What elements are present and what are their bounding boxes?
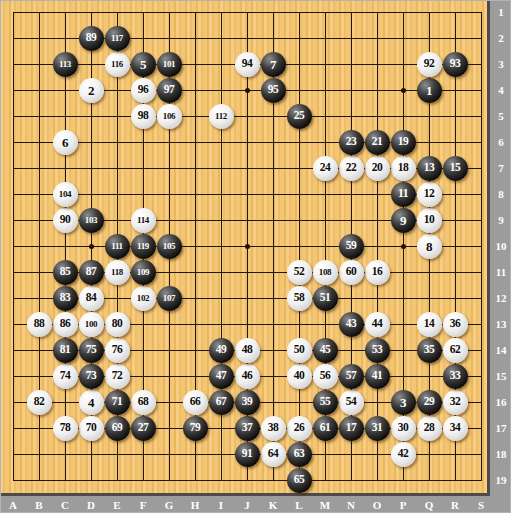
row-label-10: 10 bbox=[491, 239, 511, 253]
stone-black-109-F11[interactable]: 109 bbox=[131, 260, 156, 285]
row-label-17: 17 bbox=[491, 421, 511, 435]
stone-black-71-E16[interactable]: 71 bbox=[105, 390, 130, 415]
col-label-R: R bbox=[445, 498, 465, 512]
stone-black-7-K3[interactable]: 7 bbox=[261, 52, 286, 77]
stone-black-87-D11[interactable]: 87 bbox=[79, 260, 104, 285]
col-label-A: A bbox=[3, 498, 23, 512]
stone-black-35-Q14[interactable]: 35 bbox=[417, 338, 442, 363]
col-label-D: D bbox=[81, 498, 101, 512]
stone-black-81-C14[interactable]: 81 bbox=[53, 338, 78, 363]
stone-black-89-D2[interactable]: 89 bbox=[79, 26, 104, 51]
row-label-16: 16 bbox=[491, 395, 511, 409]
stone-white-94-J3[interactable]: 94 bbox=[235, 52, 260, 77]
row-label-2: 2 bbox=[491, 31, 511, 45]
stone-white-52-L11[interactable]: 52 bbox=[287, 260, 312, 285]
stone-black-25-L5[interactable]: 25 bbox=[287, 104, 312, 129]
stone-black-67-I16[interactable]: 67 bbox=[209, 390, 234, 415]
stone-black-117-E2[interactable]: 117 bbox=[105, 26, 130, 51]
stone-white-48-J14[interactable]: 48 bbox=[235, 338, 260, 363]
stone-white-78-C17[interactable]: 78 bbox=[53, 416, 78, 441]
stone-black-45-M14[interactable]: 45 bbox=[313, 338, 338, 363]
stone-white-58-L12[interactable]: 58 bbox=[287, 286, 312, 311]
stone-white-88-B13[interactable]: 88 bbox=[27, 312, 52, 337]
row-label-5: 5 bbox=[491, 109, 511, 123]
stone-white-42-P18[interactable]: 42 bbox=[391, 442, 416, 467]
stone-black-107-G12[interactable]: 107 bbox=[157, 286, 182, 311]
row-label-8: 8 bbox=[491, 187, 511, 201]
col-label-I: I bbox=[211, 498, 231, 512]
stone-white-102-F12[interactable]: 102 bbox=[131, 286, 156, 311]
col-label-O: O bbox=[367, 498, 387, 512]
stone-black-63-L18[interactable]: 63 bbox=[287, 442, 312, 467]
stone-white-14-Q13[interactable]: 14 bbox=[417, 312, 442, 337]
stone-white-86-C13[interactable]: 86 bbox=[53, 312, 78, 337]
stone-black-49-I14[interactable]: 49 bbox=[209, 338, 234, 363]
col-label-N: N bbox=[341, 498, 361, 512]
row-label-1: 1 bbox=[491, 5, 511, 19]
go-diagram: 1234567891011121314151617181920212223242… bbox=[0, 0, 511, 513]
stone-black-31-O17[interactable]: 31 bbox=[365, 416, 390, 441]
stone-white-6-C6[interactable]: 6 bbox=[53, 130, 78, 155]
stone-white-82-B16[interactable]: 82 bbox=[27, 390, 52, 415]
stone-white-44-O13[interactable]: 44 bbox=[365, 312, 390, 337]
row-label-13: 13 bbox=[491, 317, 511, 331]
stone-black-105-G10[interactable]: 105 bbox=[157, 234, 182, 259]
stone-black-43-N13[interactable]: 43 bbox=[339, 312, 364, 337]
stone-white-34-R17[interactable]: 34 bbox=[443, 416, 468, 441]
stone-white-28-Q17[interactable]: 28 bbox=[417, 416, 442, 441]
col-label-K: K bbox=[263, 498, 283, 512]
stone-white-90-C9[interactable]: 90 bbox=[53, 208, 78, 233]
go-board[interactable]: 1234567891011121314151617181920212223242… bbox=[0, 0, 494, 493]
stone-black-113-C3[interactable]: 113 bbox=[53, 52, 78, 77]
stone-white-114-F9[interactable]: 114 bbox=[131, 208, 156, 233]
stone-black-21-O6[interactable]: 21 bbox=[365, 130, 390, 155]
stone-white-104-C8[interactable]: 104 bbox=[53, 182, 78, 207]
col-label-B: B bbox=[29, 498, 49, 512]
stone-white-10-Q9[interactable]: 10 bbox=[417, 208, 442, 233]
stone-white-74-C15[interactable]: 74 bbox=[53, 364, 78, 389]
stone-black-39-J16[interactable]: 39 bbox=[235, 390, 260, 415]
stone-black-59-N10[interactable]: 59 bbox=[339, 234, 364, 259]
stone-white-96-F4[interactable]: 96 bbox=[131, 78, 156, 103]
row-label-12: 12 bbox=[491, 291, 511, 305]
row-label-6: 6 bbox=[491, 135, 511, 149]
col-label-E: E bbox=[107, 498, 127, 512]
stone-white-62-R14[interactable]: 62 bbox=[443, 338, 468, 363]
stone-white-116-E3[interactable]: 116 bbox=[105, 52, 130, 77]
stone-black-5-F3[interactable]: 5 bbox=[131, 52, 156, 77]
row-label-7: 7 bbox=[491, 161, 511, 175]
stone-black-55-M16[interactable]: 55 bbox=[313, 390, 338, 415]
col-label-Q: Q bbox=[419, 498, 439, 512]
stone-white-68-F16[interactable]: 68 bbox=[131, 390, 156, 415]
stone-black-47-I15[interactable]: 47 bbox=[209, 364, 234, 389]
stone-white-40-L15[interactable]: 40 bbox=[287, 364, 312, 389]
stone-white-100-D13[interactable]: 100 bbox=[79, 312, 104, 337]
stone-black-69-E17[interactable]: 69 bbox=[105, 416, 130, 441]
col-label-M: M bbox=[315, 498, 335, 512]
stone-black-9-P9[interactable]: 9 bbox=[391, 208, 416, 233]
row-label-19: 19 bbox=[491, 473, 511, 487]
col-label-C: C bbox=[55, 498, 75, 512]
stone-black-65-L19[interactable]: 65 bbox=[287, 468, 312, 493]
col-label-F: F bbox=[133, 498, 153, 512]
stone-black-93-R3[interactable]: 93 bbox=[443, 52, 468, 77]
stone-white-64-K18[interactable]: 64 bbox=[261, 442, 286, 467]
stone-white-54-N16[interactable]: 54 bbox=[339, 390, 364, 415]
stone-white-18-P7[interactable]: 18 bbox=[391, 156, 416, 181]
stone-black-85-C11[interactable]: 85 bbox=[53, 260, 78, 285]
stone-white-22-N7[interactable]: 22 bbox=[339, 156, 364, 181]
stone-white-4-D16[interactable]: 4 bbox=[79, 390, 104, 415]
stone-black-27-F17[interactable]: 27 bbox=[131, 416, 156, 441]
stone-black-3-P16[interactable]: 3 bbox=[391, 390, 416, 415]
col-label-H: H bbox=[185, 498, 205, 512]
row-label-18: 18 bbox=[491, 447, 511, 461]
stone-black-73-D15[interactable]: 73 bbox=[79, 364, 104, 389]
stone-black-111-E10[interactable]: 111 bbox=[105, 234, 130, 259]
stone-white-66-H16[interactable]: 66 bbox=[183, 390, 208, 415]
stone-black-11-P8[interactable]: 11 bbox=[391, 182, 416, 207]
stone-black-17-N17[interactable]: 17 bbox=[339, 416, 364, 441]
stone-black-61-M17[interactable]: 61 bbox=[313, 416, 338, 441]
row-label-4: 4 bbox=[491, 83, 511, 97]
stone-white-26-L17[interactable]: 26 bbox=[287, 416, 312, 441]
stone-black-57-N15[interactable]: 57 bbox=[339, 364, 364, 389]
col-label-S: S bbox=[471, 498, 491, 512]
stone-black-97-G4[interactable]: 97 bbox=[157, 78, 182, 103]
stone-black-15-R7[interactable]: 15 bbox=[443, 156, 468, 181]
stone-white-112-I5[interactable]: 112 bbox=[209, 104, 234, 129]
col-label-G: G bbox=[159, 498, 179, 512]
col-label-P: P bbox=[393, 498, 413, 512]
stone-white-16-O11[interactable]: 16 bbox=[365, 260, 390, 285]
stone-white-108-M11[interactable]: 108 bbox=[313, 260, 338, 285]
stone-white-2-D4[interactable]: 2 bbox=[79, 78, 104, 103]
row-label-11: 11 bbox=[491, 265, 511, 279]
stone-white-72-E15[interactable]: 72 bbox=[105, 364, 130, 389]
stone-white-92-Q3[interactable]: 92 bbox=[417, 52, 442, 77]
stone-white-80-E13[interactable]: 80 bbox=[105, 312, 130, 337]
stone-black-41-O15[interactable]: 41 bbox=[365, 364, 390, 389]
row-label-bar bbox=[490, 0, 511, 513]
stone-white-98-F5[interactable]: 98 bbox=[131, 104, 156, 129]
stone-white-106-G5[interactable]: 106 bbox=[157, 104, 182, 129]
row-label-9: 9 bbox=[491, 213, 511, 227]
stone-white-56-M15[interactable]: 56 bbox=[313, 364, 338, 389]
stone-black-103-D9[interactable]: 103 bbox=[79, 208, 104, 233]
stone-white-36-R13[interactable]: 36 bbox=[443, 312, 468, 337]
row-label-3: 3 bbox=[491, 57, 511, 71]
col-label-L: L bbox=[289, 498, 309, 512]
stone-black-37-J17[interactable]: 37 bbox=[235, 416, 260, 441]
stone-white-118-E11[interactable]: 118 bbox=[105, 260, 130, 285]
stone-white-46-J15[interactable]: 46 bbox=[235, 364, 260, 389]
stone-black-13-Q7[interactable]: 13 bbox=[417, 156, 442, 181]
stone-white-70-D17[interactable]: 70 bbox=[79, 416, 104, 441]
stone-black-53-O14[interactable]: 53 bbox=[365, 338, 390, 363]
stone-black-75-D14[interactable]: 75 bbox=[79, 338, 104, 363]
stone-black-51-M12[interactable]: 51 bbox=[313, 286, 338, 311]
stone-white-38-K17[interactable]: 38 bbox=[261, 416, 286, 441]
stone-white-84-D12[interactable]: 84 bbox=[79, 286, 104, 311]
stone-black-95-K4[interactable]: 95 bbox=[261, 78, 286, 103]
stone-black-23-N6[interactable]: 23 bbox=[339, 130, 364, 155]
stone-black-19-P6[interactable]: 19 bbox=[391, 130, 416, 155]
stone-black-83-C12[interactable]: 83 bbox=[53, 286, 78, 311]
stone-black-91-J18[interactable]: 91 bbox=[235, 442, 260, 467]
stone-white-24-M7[interactable]: 24 bbox=[313, 156, 338, 181]
stone-white-30-P17[interactable]: 30 bbox=[391, 416, 416, 441]
stone-white-20-O7[interactable]: 20 bbox=[365, 156, 390, 181]
stone-black-119-F10[interactable]: 119 bbox=[131, 234, 156, 259]
stone-white-8-Q10[interactable]: 8 bbox=[417, 234, 442, 259]
stone-white-12-Q8[interactable]: 12 bbox=[417, 182, 442, 207]
stone-black-79-H17[interactable]: 79 bbox=[183, 416, 208, 441]
stone-black-33-R15[interactable]: 33 bbox=[443, 364, 468, 389]
stone-black-1-Q4[interactable]: 1 bbox=[417, 78, 442, 103]
row-label-14: 14 bbox=[491, 343, 511, 357]
stone-white-32-R16[interactable]: 32 bbox=[443, 390, 468, 415]
row-label-15: 15 bbox=[491, 369, 511, 383]
stone-black-29-Q16[interactable]: 29 bbox=[417, 390, 442, 415]
stone-white-60-N11[interactable]: 60 bbox=[339, 260, 364, 285]
stone-white-50-L14[interactable]: 50 bbox=[287, 338, 312, 363]
stone-white-76-E14[interactable]: 76 bbox=[105, 338, 130, 363]
col-label-J: J bbox=[237, 498, 257, 512]
stone-black-101-G3[interactable]: 101 bbox=[157, 52, 182, 77]
